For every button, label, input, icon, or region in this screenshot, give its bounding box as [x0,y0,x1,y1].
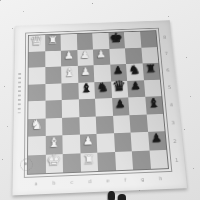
black-knight-g6: ♞ [128,63,141,75]
square-h7 [141,47,158,64]
white-pawn-e7: ♟ [96,49,106,59]
square-h2: ♟ [148,131,167,150]
rank-label-7: 7 [163,51,170,55]
black-bishop-h4: ♝ [147,96,160,109]
square-a8: ♛ [29,35,45,51]
rank-label-8: 8 [161,35,168,39]
square-g5: ♟ [127,80,145,98]
square-d4 [78,99,95,117]
square-g6: ♞ [126,63,143,80]
square-e5: ♞ [94,81,111,99]
square-f1 [115,151,134,170]
square-b6 [45,66,62,83]
square-d7: ♟ [77,49,94,66]
square-g4 [128,97,146,115]
square-b4 [45,100,62,118]
file-label-b: b [52,181,55,188]
black-pawn-f6: ♟ [113,65,124,75]
square-a5 [28,84,45,102]
square-a7 [29,51,45,68]
captured-black-piece [118,194,126,200]
black-pawn-f4: ♟ [115,98,126,109]
board-frame: ♛♜♚♟♟♟♝♟♟♞♜♝♞♛♟♟♝♞♝♟♟♚♜ [24,28,172,178]
white-bishop-b2: ♝ [48,135,60,149]
square-f7 [109,48,126,65]
black-rook-h6: ♜ [145,63,157,74]
square-h8 [140,31,157,47]
rank-label-1: 1 [173,157,180,162]
square-c2 [62,135,80,154]
file-label-d: d [88,179,91,186]
black-bishop-d5: ♝ [80,82,92,95]
square-b3 [45,117,62,136]
dust-specks [0,0,1,1]
black-queen-f5: ♛ [112,80,126,94]
square-h4: ♝ [145,96,163,114]
white-queen-a8: ♛ [30,34,43,47]
rank-label-4: 4 [168,102,175,107]
square-e2 [97,133,115,152]
black-pawn-g5: ♟ [130,81,141,92]
square-d1: ♜ [80,152,98,171]
square-h6: ♜ [142,63,160,80]
rank-label-3: 3 [169,120,176,125]
square-b7 [45,50,61,67]
square-d2: ♟ [79,134,97,153]
white-pawn-d6: ♟ [81,66,91,77]
square-b8: ♜ [45,35,61,51]
file-label-h: h [159,176,163,183]
white-bishop-c6: ♝ [63,66,75,78]
square-f8: ♚ [108,32,125,48]
square-e1 [97,152,115,171]
square-g1 [132,150,151,169]
square-b1: ♚ [45,154,63,174]
square-c8 [61,34,77,50]
square-c1 [63,153,81,173]
square-e7: ♟ [93,49,110,66]
square-f4: ♟ [112,97,130,115]
rank-label-5: 5 [166,85,173,90]
square-c4 [62,99,79,117]
board-brand-mark [18,73,21,113]
file-label-e: e [106,178,109,185]
square-g2 [131,132,149,151]
square-f2 [114,133,132,152]
square-d5: ♝ [78,82,95,100]
file-label-f: f [124,178,126,185]
square-b5 [45,83,62,101]
board-scene: ♛♜♚♟♟♟♝♟♟♞♜♝♞♛♟♟♝♞♝♟♟♚♜ abcdefgh 1234567… [12,20,187,195]
white-pawn-d2: ♟ [83,135,94,147]
black-knight-e5: ♞ [97,81,109,94]
square-a6 [29,67,45,84]
white-rook-d1: ♜ [83,153,95,166]
square-e8 [92,33,109,49]
square-c5 [61,82,78,100]
square-e3 [96,115,114,133]
file-label-g: g [141,177,145,184]
chess-board: ♛♜♚♟♟♟♝♟♟♞♜♝♞♛♟♟♝♞♝♟♟♚♜ [27,30,169,175]
white-pawn-d7: ♟ [80,50,90,60]
square-a2 [28,136,45,155]
rank-label-6: 6 [164,68,171,72]
vinyl-chessboard-sheet: ♛♜♚♟♟♟♝♟♟♞♜♝♞♛♟♟♝♞♝♟♟♚♜ abcdefgh 1234567… [12,20,187,195]
black-king-f8: ♚ [109,31,123,44]
rank-label-2: 2 [171,139,178,144]
white-knight-a3: ♞ [31,118,43,131]
white-pawn-c7: ♟ [64,50,74,60]
square-g3 [129,114,147,132]
white-king-b1: ♚ [47,152,61,168]
captured-black-piece [108,191,115,200]
square-h1 [149,149,168,168]
square-f5: ♛ [111,81,129,99]
white-rook-b8: ♜ [47,35,58,46]
file-labels: abcdefgh [27,176,171,189]
square-e4 [95,98,113,116]
square-h3 [146,113,164,131]
square-c3 [62,117,79,136]
square-d3 [79,116,97,135]
file-label-c: c [71,180,74,187]
square-c6: ♝ [61,66,78,83]
square-a3: ♞ [28,118,45,137]
square-d8 [76,33,92,49]
file-label-a: a [34,181,37,188]
black-pawn-h2: ♟ [151,132,162,144]
square-g8 [124,32,141,48]
photo-table-background: ♛♜♚♟♟♟♝♟♟♞♜♝♞♛♟♟♝♞♝♟♟♚♜ abcdefgh 1234567… [0,0,200,200]
square-f3 [113,115,131,133]
